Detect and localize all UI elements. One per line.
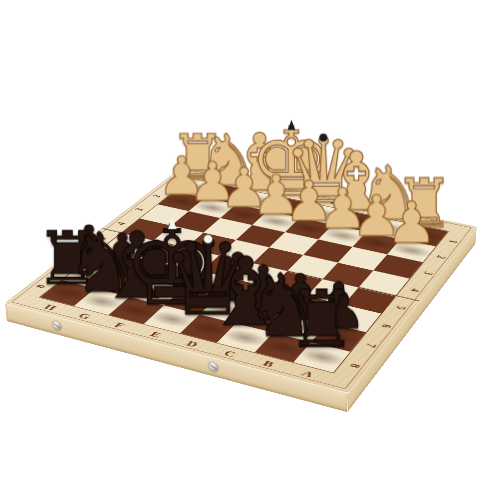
rank-label: 5 [392,304,409,310]
rank-label: 4 [406,287,423,293]
rank-label: 8 [345,362,363,369]
rank-label: 6 [377,322,395,329]
file-label: E [147,329,164,339]
chess-set-photo: ♜♞♝♚♛♝♞♜♟♟♟♟♟♟♟♟♟♟♟♟♟♟♟♟♜♞♝♚♛♝♞♜ HGFEDCB… [0,0,500,500]
file-label: F [111,320,127,330]
chess-board: ♜♞♝♚♛♝♞♜♟♟♟♟♟♟♟♟♟♟♟♟♟♟♟♟♜♞♝♚♛♝♞♜ HGFEDCB… [5,167,477,393]
screw-icon [209,362,218,373]
rank-label: 2 [432,254,448,260]
file-label: D [183,339,201,350]
piece-black-rook-a8[interactable]: ♜ [287,282,358,357]
rank-label: 1 [445,239,461,244]
file-label: A [299,368,316,379]
file-label: B [260,358,277,369]
file-label: G [75,311,93,321]
file-label: H [41,302,59,312]
screw-icon [52,320,61,330]
rank-label: 3 [419,270,435,276]
file-label: C [221,348,239,359]
board-frame: ♜♞♝♚♛♝♞♜♟♟♟♟♟♟♟♟♟♟♟♟♟♟♟♟♜♞♝♚♛♝♞♜ HGFEDCB… [5,167,477,393]
rank-label: 7 [361,342,379,349]
